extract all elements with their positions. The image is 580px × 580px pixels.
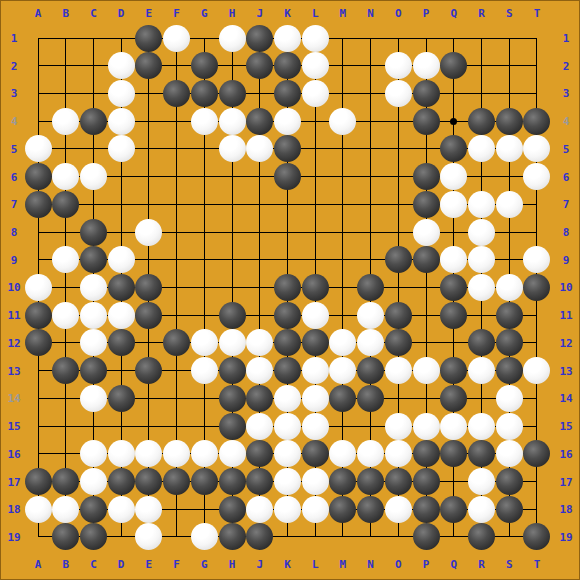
- stone-black: [385, 246, 412, 273]
- col-label-bottom: G: [201, 558, 208, 571]
- stone-black: [246, 385, 273, 412]
- stone-white: [468, 135, 495, 162]
- col-label-top: F: [173, 7, 180, 20]
- stone-white: [191, 440, 218, 467]
- stone-white: [80, 163, 107, 190]
- stone-black: [440, 496, 467, 523]
- stone-white: [302, 468, 329, 495]
- row-label-right: 1: [563, 32, 570, 45]
- stone-black: [25, 329, 52, 356]
- stone-white: [329, 108, 356, 135]
- stone-black: [219, 468, 246, 495]
- stone-white: [191, 357, 218, 384]
- stone-white: [496, 440, 523, 467]
- stone-white: [274, 108, 301, 135]
- stone-white: [302, 25, 329, 52]
- stone-white: [219, 440, 246, 467]
- stone-black: [523, 440, 550, 467]
- stone-black: [496, 468, 523, 495]
- stone-black: [135, 468, 162, 495]
- stone-white: [385, 80, 412, 107]
- stone-black: [80, 523, 107, 550]
- stone-white: [440, 191, 467, 218]
- col-label-bottom: J: [256, 558, 263, 571]
- stone-black: [440, 385, 467, 412]
- stone-black: [274, 163, 301, 190]
- col-label-bottom: C: [90, 558, 97, 571]
- stone-white: [357, 302, 384, 329]
- stone-white: [468, 468, 495, 495]
- stone-black: [413, 468, 440, 495]
- row-label-left: 11: [7, 309, 20, 322]
- stone-white: [385, 440, 412, 467]
- stone-white: [219, 108, 246, 135]
- stone-black: [219, 385, 246, 412]
- stone-white: [80, 274, 107, 301]
- row-label-right: 16: [559, 447, 572, 460]
- stone-black: [80, 219, 107, 246]
- stone-white: [413, 52, 440, 79]
- row-label-left: 13: [7, 364, 20, 377]
- stone-black: [163, 329, 190, 356]
- stone-white: [440, 246, 467, 273]
- col-label-bottom: A: [35, 558, 42, 571]
- stone-black: [440, 357, 467, 384]
- stone-white: [302, 496, 329, 523]
- stone-white: [274, 468, 301, 495]
- stone-black: [357, 496, 384, 523]
- stone-black: [357, 385, 384, 412]
- stone-black: [219, 413, 246, 440]
- col-label-top: D: [118, 7, 125, 20]
- row-label-left: 1: [11, 32, 18, 45]
- stone-white: [468, 191, 495, 218]
- col-label-top: P: [423, 7, 430, 20]
- col-label-bottom: R: [478, 558, 485, 571]
- col-label-bottom: E: [146, 558, 153, 571]
- stone-black: [52, 523, 79, 550]
- col-label-bottom: D: [118, 558, 125, 571]
- row-label-right: 6: [563, 170, 570, 183]
- col-label-bottom: S: [506, 558, 513, 571]
- stone-white: [523, 246, 550, 273]
- stone-white: [108, 302, 135, 329]
- stone-black: [52, 357, 79, 384]
- stone-black: [246, 52, 273, 79]
- stone-black: [80, 246, 107, 273]
- stone-white: [135, 219, 162, 246]
- stone-white: [302, 80, 329, 107]
- stone-white: [80, 385, 107, 412]
- stone-white: [52, 496, 79, 523]
- stone-white: [135, 440, 162, 467]
- col-label-bottom: K: [284, 558, 291, 571]
- stone-black: [440, 135, 467, 162]
- stone-white: [302, 385, 329, 412]
- stone-white: [219, 135, 246, 162]
- stone-black: [329, 496, 356, 523]
- stone-black: [246, 25, 273, 52]
- row-label-left: 15: [7, 420, 20, 433]
- row-label-right: 12: [559, 336, 572, 349]
- stone-white: [302, 413, 329, 440]
- stone-white: [135, 523, 162, 550]
- stone-black: [135, 52, 162, 79]
- stone-white: [108, 496, 135, 523]
- stone-white: [496, 135, 523, 162]
- col-label-top: Q: [450, 7, 457, 20]
- stone-black: [219, 80, 246, 107]
- stone-black: [219, 302, 246, 329]
- stone-white: [25, 274, 52, 301]
- stone-white: [357, 329, 384, 356]
- stone-black: [413, 523, 440, 550]
- stone-white: [496, 274, 523, 301]
- stone-black: [468, 440, 495, 467]
- stone-black: [219, 357, 246, 384]
- row-label-right: 4: [563, 115, 570, 128]
- stone-white: [108, 80, 135, 107]
- stone-white: [496, 191, 523, 218]
- row-label-right: 5: [563, 142, 570, 155]
- stone-white: [329, 357, 356, 384]
- stone-black: [440, 52, 467, 79]
- stone-white: [385, 413, 412, 440]
- stone-black: [274, 357, 301, 384]
- stone-white: [329, 329, 356, 356]
- stone-white: [80, 329, 107, 356]
- stone-white: [108, 135, 135, 162]
- stone-black: [440, 274, 467, 301]
- stone-black: [496, 108, 523, 135]
- col-label-top: H: [229, 7, 236, 20]
- stone-black: [302, 274, 329, 301]
- stone-black: [440, 302, 467, 329]
- stone-black: [413, 191, 440, 218]
- row-label-right: 2: [563, 59, 570, 72]
- col-label-top: C: [90, 7, 97, 20]
- col-label-top: N: [367, 7, 374, 20]
- col-label-top: E: [146, 7, 153, 20]
- stone-black: [357, 357, 384, 384]
- stone-black: [108, 468, 135, 495]
- stone-black: [135, 357, 162, 384]
- col-label-top: R: [478, 7, 485, 20]
- stone-white: [385, 52, 412, 79]
- row-label-right: 19: [559, 530, 572, 543]
- col-label-top: M: [340, 7, 347, 20]
- stone-white: [302, 52, 329, 79]
- stone-black: [496, 496, 523, 523]
- stone-black: [274, 52, 301, 79]
- stone-black: [80, 496, 107, 523]
- stone-black: [413, 108, 440, 135]
- stone-black: [357, 468, 384, 495]
- stone-black: [52, 191, 79, 218]
- stone-white: [302, 302, 329, 329]
- stone-white: [274, 25, 301, 52]
- stone-black: [108, 274, 135, 301]
- col-label-bottom: L: [312, 558, 319, 571]
- stone-black: [329, 468, 356, 495]
- stone-black: [163, 80, 190, 107]
- star-point: [450, 118, 457, 125]
- row-label-right: 17: [559, 475, 572, 488]
- grid-hline: [38, 536, 537, 537]
- stone-black: [413, 163, 440, 190]
- stone-black: [385, 302, 412, 329]
- stone-black: [25, 191, 52, 218]
- stone-white: [135, 496, 162, 523]
- stone-white: [246, 413, 273, 440]
- stone-white: [108, 52, 135, 79]
- stone-black: [496, 302, 523, 329]
- stone-black: [413, 246, 440, 273]
- stone-white: [246, 357, 273, 384]
- stone-white: [163, 440, 190, 467]
- stone-white: [413, 413, 440, 440]
- stone-white: [468, 219, 495, 246]
- stone-white: [302, 357, 329, 384]
- col-label-top: B: [62, 7, 69, 20]
- stone-white: [191, 108, 218, 135]
- stone-black: [523, 523, 550, 550]
- stone-white: [163, 25, 190, 52]
- col-label-top: L: [312, 7, 319, 20]
- stone-black: [274, 80, 301, 107]
- col-label-bottom: T: [534, 558, 541, 571]
- row-label-left: 14: [7, 392, 20, 405]
- stone-white: [523, 163, 550, 190]
- row-label-left: 7: [11, 198, 18, 211]
- row-label-left: 18: [7, 503, 20, 516]
- stone-black: [385, 329, 412, 356]
- stone-black: [219, 523, 246, 550]
- stone-black: [80, 357, 107, 384]
- stone-black: [329, 385, 356, 412]
- stone-black: [246, 468, 273, 495]
- col-label-top: T: [534, 7, 541, 20]
- stone-white: [496, 385, 523, 412]
- row-label-right: 11: [559, 309, 572, 322]
- stone-black: [413, 496, 440, 523]
- col-label-bottom: B: [62, 558, 69, 571]
- stone-white: [52, 163, 79, 190]
- stone-black: [274, 274, 301, 301]
- row-label-right: 9: [563, 253, 570, 266]
- stone-black: [246, 523, 273, 550]
- stone-white: [246, 329, 273, 356]
- stone-black: [523, 274, 550, 301]
- col-label-top: K: [284, 7, 291, 20]
- stone-white: [523, 135, 550, 162]
- stone-black: [468, 329, 495, 356]
- row-label-left: 8: [11, 226, 18, 239]
- stone-black: [80, 108, 107, 135]
- row-label-left: 17: [7, 475, 20, 488]
- col-label-top: O: [395, 7, 402, 20]
- row-label-right: 14: [559, 392, 572, 405]
- stone-white: [108, 246, 135, 273]
- stone-black: [413, 80, 440, 107]
- col-label-top: J: [256, 7, 263, 20]
- stone-black: [163, 468, 190, 495]
- go-board[interactable]: AABBCCDDEEFFGGHHJJKKLLMMNNOOPPQQRRSSTT11…: [0, 0, 580, 580]
- stone-black: [302, 329, 329, 356]
- stone-black: [25, 468, 52, 495]
- stone-white: [219, 329, 246, 356]
- stone-black: [135, 274, 162, 301]
- stone-black: [413, 440, 440, 467]
- stone-white: [440, 413, 467, 440]
- stone-white: [468, 413, 495, 440]
- row-label-left: 10: [7, 281, 20, 294]
- stone-white: [274, 413, 301, 440]
- stone-white: [357, 440, 384, 467]
- stone-black: [468, 108, 495, 135]
- row-label-left: 5: [11, 142, 18, 155]
- stone-black: [135, 25, 162, 52]
- col-label-bottom: F: [173, 558, 180, 571]
- stone-black: [274, 302, 301, 329]
- col-label-bottom: H: [229, 558, 236, 571]
- row-label-right: 7: [563, 198, 570, 211]
- stone-black: [135, 302, 162, 329]
- stone-black: [274, 135, 301, 162]
- row-label-left: 16: [7, 447, 20, 460]
- stone-white: [385, 357, 412, 384]
- stone-white: [274, 496, 301, 523]
- stone-black: [274, 329, 301, 356]
- stone-black: [108, 385, 135, 412]
- stone-black: [219, 496, 246, 523]
- stone-black: [25, 302, 52, 329]
- stone-black: [246, 108, 273, 135]
- stone-white: [25, 496, 52, 523]
- stone-white: [25, 135, 52, 162]
- row-label-right: 3: [563, 87, 570, 100]
- row-label-right: 18: [559, 503, 572, 516]
- stone-black: [52, 468, 79, 495]
- stone-white: [191, 523, 218, 550]
- col-label-bottom: O: [395, 558, 402, 571]
- stone-white: [468, 246, 495, 273]
- stone-black: [302, 440, 329, 467]
- stone-white: [52, 246, 79, 273]
- stone-white: [219, 25, 246, 52]
- stone-white: [468, 357, 495, 384]
- stone-white: [274, 440, 301, 467]
- stone-white: [246, 496, 273, 523]
- stone-black: [385, 468, 412, 495]
- stone-white: [80, 440, 107, 467]
- stone-white: [108, 440, 135, 467]
- stone-white: [440, 163, 467, 190]
- row-label-left: 2: [11, 59, 18, 72]
- row-label-right: 13: [559, 364, 572, 377]
- stone-white: [468, 496, 495, 523]
- col-label-top: G: [201, 7, 208, 20]
- col-label-top: S: [506, 7, 513, 20]
- stone-white: [52, 302, 79, 329]
- stone-black: [496, 357, 523, 384]
- row-label-left: 4: [11, 115, 18, 128]
- row-label-right: 10: [559, 281, 572, 294]
- row-label-left: 9: [11, 253, 18, 266]
- row-label-left: 19: [7, 530, 20, 543]
- stone-white: [329, 440, 356, 467]
- stone-white: [413, 357, 440, 384]
- col-label-bottom: P: [423, 558, 430, 571]
- stone-black: [25, 163, 52, 190]
- stone-black: [191, 80, 218, 107]
- stone-black: [191, 52, 218, 79]
- stone-white: [413, 219, 440, 246]
- row-label-left: 6: [11, 170, 18, 183]
- row-label-right: 8: [563, 226, 570, 239]
- col-label-top: A: [35, 7, 42, 20]
- stone-black: [191, 468, 218, 495]
- stone-white: [191, 329, 218, 356]
- stone-white: [246, 135, 273, 162]
- stone-white: [523, 357, 550, 384]
- stone-black: [440, 440, 467, 467]
- stone-white: [496, 413, 523, 440]
- stone-black: [468, 523, 495, 550]
- col-label-bottom: N: [367, 558, 374, 571]
- stone-black: [496, 329, 523, 356]
- stone-black: [108, 329, 135, 356]
- stone-white: [274, 385, 301, 412]
- stone-black: [246, 440, 273, 467]
- stone-white: [385, 496, 412, 523]
- row-label-right: 15: [559, 420, 572, 433]
- row-label-left: 3: [11, 87, 18, 100]
- row-label-left: 12: [7, 336, 20, 349]
- stone-white: [108, 108, 135, 135]
- stone-white: [80, 468, 107, 495]
- stone-black: [357, 274, 384, 301]
- col-label-bottom: Q: [450, 558, 457, 571]
- col-label-bottom: M: [340, 558, 347, 571]
- stone-white: [52, 108, 79, 135]
- stone-white: [80, 302, 107, 329]
- stone-white: [468, 274, 495, 301]
- stone-black: [523, 108, 550, 135]
